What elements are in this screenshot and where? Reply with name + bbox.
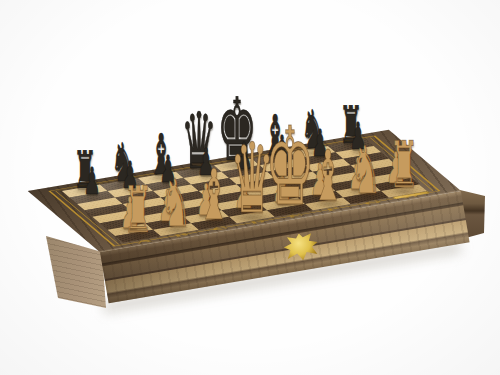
chess-box-photo: ABCDEFGH ♜♞♝♛♚♝♞♜♟♟♟♟♟♟♟♟♟♟♟♟♟♟♟♟♜♞♝♛♚♝♞… [0, 0, 500, 375]
piece-wb-c1[interactable]: ♝ [198, 160, 231, 230]
piece-wn-b1[interactable]: ♞ [161, 170, 192, 236]
pieces-layer: ♜♞♝♛♚♝♞♜♟♟♟♟♟♟♟♟♟♟♟♟♟♟♟♟♜♞♝♛♚♝♞♜ [0, 0, 500, 375]
piece-wr-h1[interactable]: ♜ [389, 133, 419, 197]
piece-wk-e1[interactable]: ♚ [265, 113, 315, 221]
piece-wr-a1[interactable]: ♜ [123, 178, 153, 242]
piece-wn-g1[interactable]: ♞ [351, 138, 382, 204]
piece-bp-a7[interactable]: ♟ [84, 164, 101, 201]
piece-wb-f1[interactable]: ♝ [312, 141, 345, 211]
